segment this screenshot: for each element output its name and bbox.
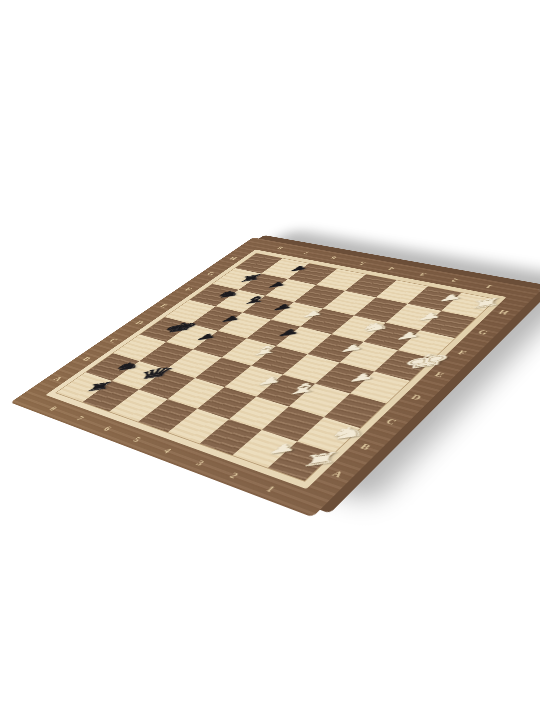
white-pawn-f2: ♟	[387, 329, 430, 343]
square-b6	[138, 369, 194, 399]
square-a2: ♟	[233, 430, 297, 467]
square-b1: ♞	[296, 417, 360, 454]
square-f1	[397, 330, 455, 359]
rank-label-6: 6	[86, 415, 129, 443]
square-a1: ♜	[268, 442, 334, 481]
white-pawn-g2: ♟	[409, 310, 451, 324]
square-d1	[349, 371, 410, 403]
white-bishop-c3: ♝	[280, 379, 327, 398]
square-d2: ♟	[315, 363, 374, 394]
square-c2	[289, 384, 350, 417]
rank-label-3: 3	[177, 447, 222, 478]
rank-label-7: 7	[59, 405, 102, 432]
square-a6	[109, 390, 167, 422]
square-b2	[261, 407, 323, 442]
square-e2	[340, 342, 398, 371]
perspective-scene: ABCDEFGH ABCDEFGH 87654321 87654321 ♜♞♚♞…	[235, 154, 317, 537]
square-g1	[419, 311, 475, 338]
square-c4: ♟	[225, 366, 283, 396]
square-d3	[282, 354, 340, 384]
file-label-e: E	[416, 365, 464, 384]
rank-label-5: 5	[115, 425, 159, 454]
rank-label-2: 2	[211, 459, 257, 492]
black-rook-a8: ♜	[77, 379, 122, 394]
file-label-h: H	[481, 304, 526, 320]
board-tilt-wrapper: ABCDEFGH ABCDEFGH 87654321 87654321 ♜♞♚♞…	[235, 154, 317, 537]
square-b5	[167, 378, 225, 409]
white-pawn-a2: ♟	[258, 440, 308, 457]
square-e3: ♟	[307, 334, 363, 362]
square-c3: ♝	[256, 375, 315, 407]
white-rook-a1: ♜	[294, 449, 346, 470]
rank-label-1: 1	[247, 472, 294, 506]
square-f2: ♟	[363, 323, 419, 351]
rank-label-4: 4	[145, 436, 190, 466]
square-c5	[195, 358, 251, 387]
square-c1	[324, 394, 386, 428]
square-d4	[251, 346, 307, 375]
white-king-e1: ♚	[399, 351, 446, 373]
white-knight-b1: ♞	[323, 423, 374, 444]
rank-label-8: 8	[33, 396, 75, 422]
square-a7	[82, 381, 138, 411]
white-pawn-c4: ♟	[248, 374, 293, 389]
square-b4	[197, 387, 256, 419]
file-label-g: G	[461, 324, 507, 341]
square-e1: ♚	[374, 350, 433, 380]
square-a3	[199, 419, 261, 455]
product-photo-canvas: { "game": "chess", "scene": "overhead-an…	[0, 0, 540, 720]
square-a5	[138, 399, 197, 432]
file-label-f: F	[439, 344, 486, 362]
white-pawn-e3: ♟	[330, 341, 373, 355]
square-a4	[168, 409, 229, 443]
square-b3	[228, 397, 289, 431]
white-pawn-d2: ♟	[339, 370, 384, 385]
